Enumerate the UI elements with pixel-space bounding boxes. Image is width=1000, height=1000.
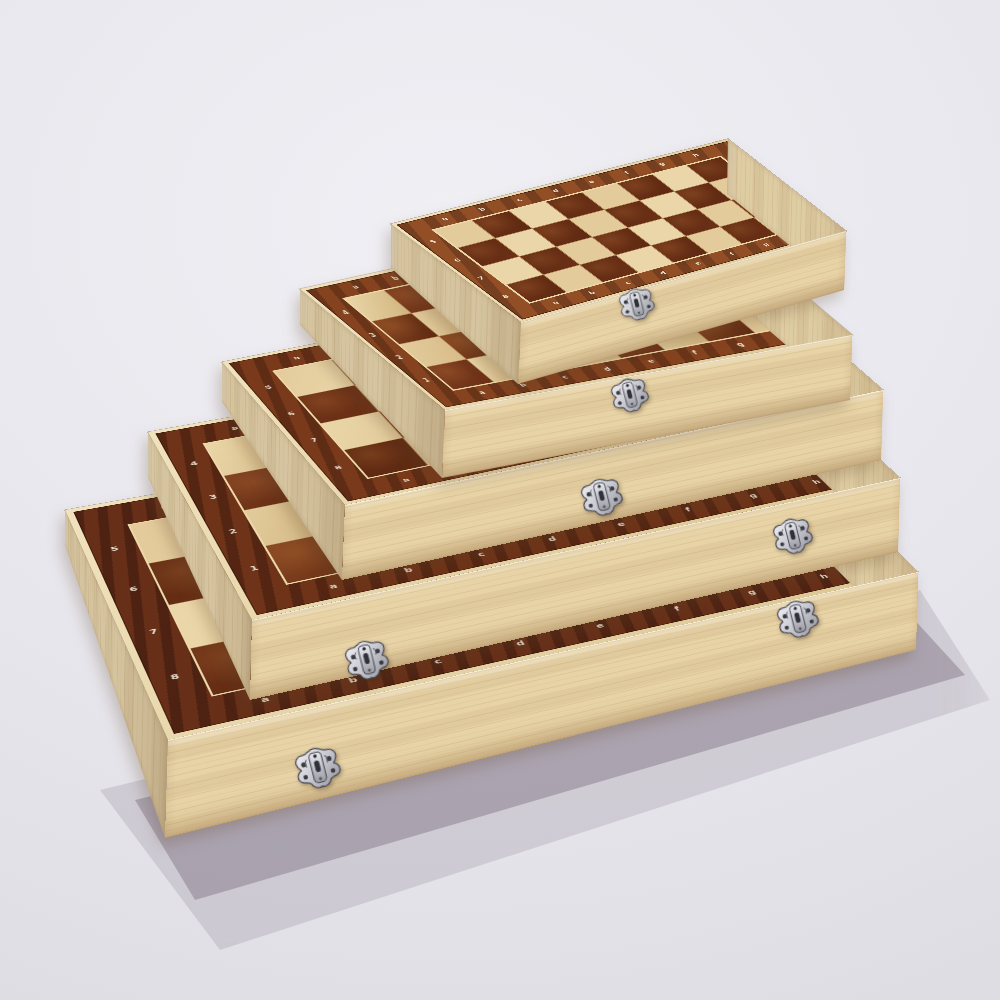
chess-box-1: 56781234abcdefghabcdefgh (0, 0, 1000, 1000)
box-stack: 56781234abcdefghabcdefgh 43211234abcdefg… (0, 0, 1000, 1000)
scene: 56781234abcdefghabcdefgh 43211234abcdefg… (0, 0, 1000, 1000)
